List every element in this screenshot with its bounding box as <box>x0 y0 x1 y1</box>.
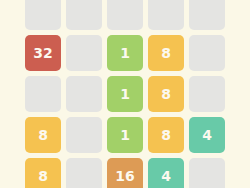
empty-cell <box>66 117 102 153</box>
empty-cell <box>189 76 225 112</box>
tile-4: 4 <box>189 117 225 153</box>
tile-16: 16 <box>107 158 143 188</box>
game-screen: { "game": "2048-style sliding-tile merge… <box>0 0 250 188</box>
empty-cell <box>25 76 61 112</box>
empty-cell <box>148 0 184 30</box>
tile-8: 8 <box>148 35 184 71</box>
tile-8: 8 <box>148 76 184 112</box>
tile-8: 8 <box>25 117 61 153</box>
tile-1: 1 <box>107 117 143 153</box>
empty-cell <box>189 0 225 30</box>
empty-cell <box>25 0 61 30</box>
tile-4: 4 <box>148 158 184 188</box>
tile-8: 8 <box>148 117 184 153</box>
empty-cell <box>66 76 102 112</box>
empty-cell <box>189 158 225 188</box>
puzzle-board[interactable]: 32181881848164 <box>25 0 225 188</box>
empty-cell <box>66 158 102 188</box>
tile-8: 8 <box>25 158 61 188</box>
tile-1: 1 <box>107 35 143 71</box>
empty-cell <box>107 0 143 30</box>
empty-cell <box>189 35 225 71</box>
empty-cell <box>66 0 102 30</box>
empty-cell <box>66 35 102 71</box>
tile-32: 32 <box>25 35 61 71</box>
tile-1: 1 <box>107 76 143 112</box>
